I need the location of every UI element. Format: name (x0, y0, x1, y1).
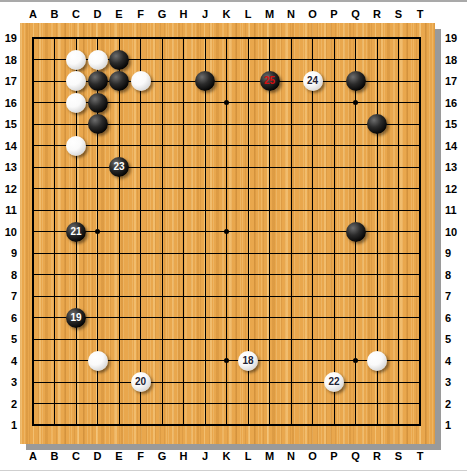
black-stone-D15[interactable] (88, 114, 108, 134)
coordinate-label: 11 (445, 203, 465, 217)
star-point (95, 229, 100, 234)
coordinate-label: 18 (0, 53, 17, 67)
panel-top-border (0, 0, 467, 2)
coordinate-label: N (280, 7, 302, 21)
black-stone-E17[interactable] (109, 71, 129, 91)
coordinate-label: E (108, 7, 130, 21)
black-stone-R15[interactable] (367, 114, 387, 134)
white-stone-P3[interactable]: 22 (324, 372, 344, 392)
coordinate-label: 6 (0, 311, 17, 325)
coordinate-label: 13 (445, 160, 465, 174)
white-stone-C17[interactable] (66, 71, 86, 91)
coordinate-label: 1 (445, 418, 465, 432)
coordinate-label: 12 (445, 182, 465, 196)
coordinate-label: 8 (445, 268, 465, 282)
coordinate-label: Q (345, 7, 367, 21)
coordinate-label: S (388, 7, 410, 21)
coordinate-label: G (151, 449, 173, 463)
black-stone-E18[interactable] (109, 50, 129, 70)
coordinate-label: 13 (0, 160, 17, 174)
black-stone-Q10[interactable] (346, 222, 366, 242)
white-stone-D18[interactable] (88, 50, 108, 70)
coordinate-label: 3 (445, 375, 465, 389)
coordinate-label: T (409, 449, 431, 463)
coordinate-label: 2 (445, 397, 465, 411)
coordinate-label: J (194, 449, 216, 463)
coordinate-label: 18 (445, 53, 465, 67)
go-board[interactable]: 2524232119182022 (20, 23, 435, 444)
coordinate-label: 14 (445, 139, 465, 153)
coordinate-label: 16 (0, 96, 17, 110)
coordinate-label: H (173, 7, 195, 21)
coordinate-label: O (302, 7, 324, 21)
coordinate-label: A (22, 449, 44, 463)
coordinate-label: 8 (0, 268, 17, 282)
coordinate-label: 2 (0, 397, 17, 411)
coordinate-label: O (302, 449, 324, 463)
coordinate-label: B (44, 449, 66, 463)
coordinate-label: 12 (0, 182, 17, 196)
coordinate-label: K (216, 7, 238, 21)
star-point (224, 358, 229, 363)
coordinate-label: 3 (0, 375, 17, 389)
star-point (224, 229, 229, 234)
coordinate-label: D (87, 449, 109, 463)
coordinate-label: R (366, 7, 388, 21)
coordinate-label: 17 (445, 74, 465, 88)
intersection-grid: 2524232119182022 (22, 27, 431, 436)
coordinate-label: 9 (445, 246, 465, 260)
coordinate-label: F (130, 449, 152, 463)
coordinate-label: J (194, 7, 216, 21)
coordinate-label: 10 (0, 225, 17, 239)
coordinate-label: M (259, 7, 281, 21)
coordinate-label: B (44, 7, 66, 21)
coordinate-label: 14 (0, 139, 17, 153)
coordinate-label: T (409, 7, 431, 21)
star-point (353, 100, 358, 105)
coordinate-label: C (65, 449, 87, 463)
coordinate-label: L (237, 7, 259, 21)
black-stone-C6[interactable]: 19 (66, 308, 86, 328)
coordinate-label: 15 (0, 117, 17, 131)
coordinate-label: S (388, 449, 410, 463)
white-stone-R4[interactable] (367, 351, 387, 371)
white-stone-C16[interactable] (66, 93, 86, 113)
coordinate-label: D (87, 7, 109, 21)
coordinate-label: 19 (445, 31, 465, 45)
star-point (224, 100, 229, 105)
coordinate-label: 6 (445, 311, 465, 325)
coordinate-label: 7 (445, 289, 465, 303)
black-stone-E13[interactable]: 23 (109, 157, 129, 177)
coordinate-label: 10 (445, 225, 465, 239)
black-stone-C10[interactable]: 21 (66, 222, 86, 242)
coordinate-label: M (259, 449, 281, 463)
coordinate-label: F (130, 7, 152, 21)
coordinate-label: 15 (445, 117, 465, 131)
go-board-panel: ABCDEFGHJKLMNOPQRST ABCDEFGHJKLMNOPQRST … (0, 0, 467, 473)
black-stone-D16[interactable] (88, 93, 108, 113)
coordinate-label: P (323, 7, 345, 21)
white-stone-L4[interactable]: 18 (238, 351, 258, 371)
coordinate-label: K (216, 449, 238, 463)
coordinate-label: 5 (445, 332, 465, 346)
last-move-black-stone-M17[interactable]: 25 (260, 71, 280, 91)
white-stone-O17[interactable]: 24 (303, 71, 323, 91)
black-stone-J17[interactable] (195, 71, 215, 91)
coordinate-label: 4 (445, 354, 465, 368)
coordinate-label: L (237, 449, 259, 463)
coordinate-label: P (323, 449, 345, 463)
black-stone-Q17[interactable] (346, 71, 366, 91)
coordinate-label: C (65, 7, 87, 21)
white-stone-C14[interactable] (66, 136, 86, 156)
coordinate-label: 19 (0, 31, 17, 45)
coordinate-label: H (173, 449, 195, 463)
coordinate-label: R (366, 449, 388, 463)
coordinate-label: Q (345, 449, 367, 463)
white-stone-C18[interactable] (66, 50, 86, 70)
white-stone-D4[interactable] (88, 351, 108, 371)
panel-bottom-border (0, 470, 467, 471)
white-stone-F3[interactable]: 20 (131, 372, 151, 392)
coordinate-label: 17 (0, 74, 17, 88)
coordinate-label: 16 (445, 96, 465, 110)
coordinate-label: G (151, 7, 173, 21)
star-point (353, 358, 358, 363)
coordinate-label: 11 (0, 203, 17, 217)
coordinate-label: N (280, 449, 302, 463)
coordinate-label: E (108, 449, 130, 463)
white-stone-F17[interactable] (131, 71, 151, 91)
black-stone-D17[interactable] (88, 71, 108, 91)
coordinate-label: 9 (0, 246, 17, 260)
coordinate-label: 1 (0, 418, 17, 432)
coordinate-label: A (22, 7, 44, 21)
coordinate-label: 5 (0, 332, 17, 346)
coordinate-label: 4 (0, 354, 17, 368)
coordinate-label: 7 (0, 289, 17, 303)
